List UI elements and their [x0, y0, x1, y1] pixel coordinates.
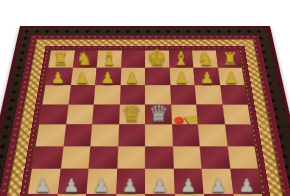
square-f4[interactable] — [171, 124, 199, 146]
square-e1[interactable]: ♚ — [145, 193, 175, 196]
piece-gold-pawn[interactable]: ♟ — [51, 70, 65, 85]
piece-gold-queen[interactable]: ♛ — [122, 102, 142, 124]
square-c2[interactable]: ♟ — [87, 169, 117, 194]
piece-silver-pawn[interactable]: ♟ — [64, 175, 80, 193]
square-e7[interactable] — [145, 67, 170, 85]
piece-gold-pawn[interactable]: ♟ — [175, 70, 189, 85]
square-g6[interactable] — [195, 85, 222, 104]
piece-silver-king[interactable]: ♚ — [148, 193, 172, 196]
square-f3[interactable] — [172, 146, 201, 169]
square-b1[interactable]: ♞ — [54, 193, 86, 196]
square-g1[interactable]: ♞ — [203, 193, 235, 196]
square-b3[interactable] — [60, 146, 90, 169]
piece-silver-pawn[interactable]: ♟ — [210, 175, 226, 193]
piece-gold-pawn[interactable]: ♟ — [101, 70, 115, 85]
square-g8[interactable]: ♞ — [192, 50, 218, 67]
square-d8[interactable] — [121, 50, 145, 67]
piece-gold-knight[interactable]: ♞ — [77, 50, 93, 68]
piece-silver-pawn[interactable]: ♟ — [35, 175, 51, 193]
piece-gold-king[interactable]: ♚ — [147, 46, 166, 67]
piece-silver-pawn[interactable]: ♟ — [122, 175, 138, 193]
square-c5[interactable] — [92, 104, 119, 124]
square-b6[interactable] — [68, 85, 95, 104]
square-h4[interactable] — [224, 124, 254, 146]
square-f1[interactable]: ♝ — [174, 193, 205, 196]
square-c7[interactable]: ♟ — [95, 67, 121, 85]
piece-gold-rook[interactable]: ♜ — [53, 51, 68, 68]
square-g3[interactable] — [200, 146, 230, 169]
square-d5[interactable]: ♛ — [119, 104, 145, 124]
square-e3[interactable] — [145, 146, 173, 169]
board-lid: ♜♞♝♚♝♞♜♟♟♟♟♟♟♟♛♛♟♟♟♟♟♟♟♟♟♜♞♝♚♝♞♜ — [0, 26, 290, 196]
square-g2[interactable]: ♟ — [202, 169, 233, 194]
piece-gold-bishop[interactable]: ♝ — [173, 50, 189, 68]
piece-gold-knight[interactable]: ♞ — [197, 50, 213, 68]
square-h2[interactable]: ♟ — [230, 169, 262, 194]
square-e5[interactable]: ♛ — [145, 104, 171, 124]
square-d7[interactable]: ♟ — [120, 67, 145, 85]
square-h1[interactable]: ♜ — [233, 193, 266, 196]
square-h7[interactable]: ♟ — [217, 67, 244, 85]
square-f5[interactable]: ♟ — [171, 104, 198, 124]
piece-gold-pawn[interactable]: ♟ — [126, 70, 140, 85]
square-g7[interactable]: ♟ — [193, 67, 219, 85]
square-d4[interactable] — [118, 124, 145, 146]
square-g5[interactable] — [196, 104, 224, 124]
square-a5[interactable] — [39, 104, 68, 124]
square-f6[interactable] — [170, 85, 196, 104]
square-h8[interactable]: ♜ — [215, 50, 241, 67]
square-a6[interactable] — [42, 85, 70, 104]
square-d1[interactable] — [115, 193, 145, 196]
square-c8[interactable]: ♝ — [97, 50, 122, 67]
piece-gold-bishop[interactable]: ♝ — [101, 50, 117, 68]
piece-silver-queen[interactable]: ♛ — [148, 102, 168, 124]
square-a8[interactable]: ♜ — [48, 50, 74, 67]
square-b4[interactable] — [63, 124, 92, 146]
piece-silver-pawn[interactable]: ♟ — [239, 175, 255, 193]
square-b8[interactable]: ♞ — [73, 50, 99, 67]
piece-gold-pawn[interactable]: ♟ — [200, 70, 214, 85]
square-h5[interactable] — [222, 104, 251, 124]
square-f7[interactable]: ♟ — [169, 67, 195, 85]
square-f8[interactable]: ♝ — [168, 50, 193, 67]
square-a1[interactable]: ♜ — [24, 193, 57, 196]
piece-gold-rook[interactable]: ♜ — [222, 51, 237, 68]
chess-set-scene: ♜♞♝♚♝♞♜♟♟♟♟♟♟♟♛♛♟♟♟♟♟♟♟♟♟♜♞♝♚♝♞♜ — [0, 0, 290, 196]
piece-gold-pawn[interactable]: ♟ — [76, 70, 90, 85]
square-d3[interactable] — [117, 146, 145, 169]
square-a2[interactable]: ♟ — [28, 169, 60, 194]
square-f2[interactable]: ♟ — [173, 169, 203, 194]
square-e4[interactable] — [145, 124, 172, 146]
square-h3[interactable] — [227, 146, 258, 169]
square-h6[interactable] — [220, 85, 248, 104]
studded-trim: ♜♞♝♚♝♞♜♟♟♟♟♟♟♟♛♛♟♟♟♟♟♟♟♟♟♜♞♝♚♝♞♜ — [0, 28, 290, 196]
chessboard[interactable]: ♜♞♝♚♝♞♜♟♟♟♟♟♟♟♛♛♟♟♟♟♟♟♟♟♟♜♞♝♚♝♞♜ — [22, 50, 268, 196]
square-c3[interactable] — [88, 146, 117, 169]
square-a4[interactable] — [36, 124, 66, 146]
chain-border: ♜♞♝♚♝♞♜♟♟♟♟♟♟♟♛♛♟♟♟♟♟♟♟♟♟♜♞♝♚♝♞♜ — [0, 35, 290, 196]
square-b2[interactable]: ♟ — [57, 169, 88, 194]
square-c4[interactable] — [90, 124, 118, 146]
filigree-border: ♜♞♝♚♝♞♜♟♟♟♟♟♟♟♛♛♟♟♟♟♟♟♟♟♟♜♞♝♚♝♞♜ — [0, 39, 290, 196]
piece-gold-pawn[interactable]: ♟ — [225, 70, 239, 85]
square-c1[interactable]: ♝ — [84, 193, 115, 196]
square-b5[interactable] — [66, 104, 94, 124]
square-a3[interactable] — [32, 146, 63, 169]
inner-border: ♜♞♝♚♝♞♜♟♟♟♟♟♟♟♛♛♟♟♟♟♟♟♟♟♟♜♞♝♚♝♞♜ — [14, 46, 275, 196]
square-e8[interactable]: ♚ — [145, 50, 169, 67]
piece-silver-pawn[interactable]: ♟ — [93, 175, 109, 193]
square-c6[interactable] — [94, 85, 120, 104]
square-a7[interactable]: ♟ — [45, 67, 72, 85]
piece-silver-pawn[interactable]: ♟ — [181, 175, 197, 193]
square-g4[interactable] — [198, 124, 227, 146]
square-d2[interactable]: ♟ — [116, 169, 145, 194]
square-b7[interactable]: ♟ — [70, 67, 96, 85]
